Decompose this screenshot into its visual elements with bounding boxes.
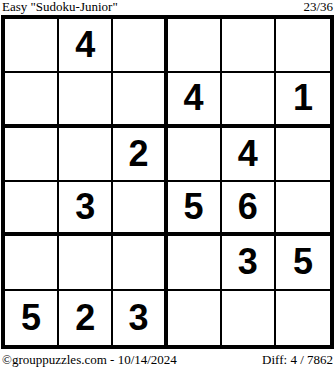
cell-r3c2[interactable] bbox=[59, 128, 113, 182]
cell-r6c6[interactable] bbox=[276, 291, 330, 345]
footer: ©grouppuzzles.com - 10/14/2024 Diff: 4 /… bbox=[0, 352, 336, 368]
cell-r2c3[interactable] bbox=[113, 73, 167, 127]
cell-r3c4[interactable] bbox=[168, 128, 222, 182]
cell-r4c5[interactable]: 6 bbox=[222, 182, 276, 236]
copyright-date: ©grouppuzzles.com - 10/14/2024 bbox=[2, 352, 177, 367]
cell-r4c6[interactable] bbox=[276, 182, 330, 236]
cell-r6c1[interactable]: 5 bbox=[5, 291, 59, 345]
cell-r6c3[interactable]: 3 bbox=[113, 291, 167, 345]
cell-r6c2[interactable]: 2 bbox=[59, 291, 113, 345]
cell-r4c1[interactable] bbox=[5, 182, 59, 236]
cell-r5c5[interactable]: 3 bbox=[222, 236, 276, 290]
cell-r5c1[interactable] bbox=[5, 236, 59, 290]
cell-r4c3[interactable] bbox=[113, 182, 167, 236]
cell-r2c4[interactable]: 4 bbox=[168, 73, 222, 127]
cell-r4c4[interactable]: 5 bbox=[168, 182, 222, 236]
cell-r1c1[interactable] bbox=[5, 19, 59, 73]
cell-r1c2[interactable]: 4 bbox=[59, 19, 113, 73]
cell-r3c1[interactable] bbox=[5, 128, 59, 182]
cell-r6c5[interactable] bbox=[222, 291, 276, 345]
cell-r3c3[interactable]: 2 bbox=[113, 128, 167, 182]
sudoku-board: 4 4 1 2 4 3 5 6 3 5 5 2 3 bbox=[1, 15, 334, 349]
cell-r2c2[interactable] bbox=[59, 73, 113, 127]
cell-r2c1[interactable] bbox=[5, 73, 59, 127]
page-title: Easy "Sudoku-Junior" bbox=[2, 0, 118, 14]
header: Easy "Sudoku-Junior" 23/36 bbox=[0, 0, 336, 15]
puzzle-counter: 23/36 bbox=[303, 0, 333, 14]
cell-r3c6[interactable] bbox=[276, 128, 330, 182]
cell-r4c2[interactable]: 3 bbox=[59, 182, 113, 236]
cell-r1c3[interactable] bbox=[113, 19, 167, 73]
cell-r1c4[interactable] bbox=[168, 19, 222, 73]
cell-r6c4[interactable] bbox=[168, 291, 222, 345]
cell-r1c6[interactable] bbox=[276, 19, 330, 73]
cell-r3c5[interactable]: 4 bbox=[222, 128, 276, 182]
cell-r2c6[interactable]: 1 bbox=[276, 73, 330, 127]
cell-r5c2[interactable] bbox=[59, 236, 113, 290]
difficulty-id: Diff: 4 / 7862 bbox=[262, 352, 333, 367]
cell-r2c5[interactable] bbox=[222, 73, 276, 127]
cell-r5c6[interactable]: 5 bbox=[276, 236, 330, 290]
cell-r5c3[interactable] bbox=[113, 236, 167, 290]
cell-r5c4[interactable] bbox=[168, 236, 222, 290]
cell-r1c5[interactable] bbox=[222, 19, 276, 73]
